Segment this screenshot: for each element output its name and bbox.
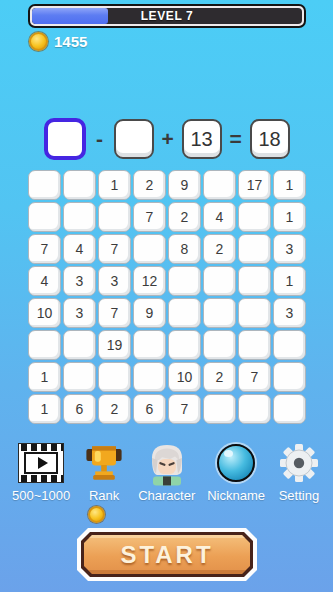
grid-cell-r2c7[interactable] [238, 202, 271, 232]
equals-operator: = [230, 127, 242, 151]
level-progress-bar: LEVEL 7 [28, 4, 306, 28]
grid-cell-r7c3[interactable] [98, 362, 131, 392]
plus-operator: + [162, 127, 174, 151]
nickname-label: Nickname [207, 488, 265, 503]
level-progress-track: LEVEL 7 [32, 8, 302, 24]
grid-cell-r2c6[interactable]: 4 [203, 202, 236, 232]
grid-cell-r1c2[interactable] [63, 170, 96, 200]
menu-item-setting[interactable]: Setting [277, 440, 321, 503]
grid-cell-r7c5[interactable]: 10 [168, 362, 201, 392]
grid-cell-r2c4[interactable]: 7 [133, 202, 166, 232]
menu-item-character[interactable]: Character [138, 440, 195, 503]
grid-cell-r8c8[interactable] [273, 394, 306, 424]
grid-cell-r7c8[interactable] [273, 362, 306, 392]
grid-cell-r8c4[interactable]: 6 [133, 394, 166, 424]
grid-cell-r2c3[interactable] [98, 202, 131, 232]
grid-cell-r2c1[interactable] [28, 202, 61, 232]
trophy-icon [82, 441, 126, 485]
grid-cell-r7c2[interactable] [63, 362, 96, 392]
equation-row: - + 13 = 18 [0, 115, 333, 163]
grid-cell-r4c5[interactable] [168, 266, 201, 296]
grid-cell-r1c3[interactable]: 1 [98, 170, 131, 200]
grid-cell-r6c5[interactable] [168, 330, 201, 360]
grid-cell-r4c3[interactable]: 3 [98, 266, 131, 296]
grid-cell-r2c5[interactable]: 2 [168, 202, 201, 232]
grid-cell-r5c4[interactable]: 9 [133, 298, 166, 328]
grid-cell-r1c5[interactable]: 9 [168, 170, 201, 200]
blue-orb-icon [217, 444, 255, 482]
menu-item-rank[interactable]: Rank [82, 440, 126, 503]
grid-cell-r4c2[interactable]: 3 [63, 266, 96, 296]
grid-cell-r6c2[interactable] [63, 330, 96, 360]
grid-cell-r4c4[interactable]: 12 [133, 266, 166, 296]
grid-cell-r4c1[interactable]: 4 [28, 266, 61, 296]
grid-cell-r5c5[interactable] [168, 298, 201, 328]
grid-cell-r7c4[interactable] [133, 362, 166, 392]
level-label: LEVEL 7 [32, 8, 302, 24]
grid-cell-r6c3[interactable]: 19 [98, 330, 131, 360]
number-grid: 1291717241747823433121103793191102716267 [28, 170, 306, 424]
grid-cell-r5c1[interactable]: 10 [28, 298, 61, 328]
game-screen: LEVEL 7 1455 - + 13 = 18 129171724174782… [0, 0, 333, 592]
grid-cell-r2c2[interactable] [63, 202, 96, 232]
grid-cell-r4c8[interactable]: 1 [273, 266, 306, 296]
grid-cell-r1c8[interactable]: 1 [273, 170, 306, 200]
equation-slot-3[interactable]: 13 [182, 119, 222, 159]
grid-cell-r6c7[interactable] [238, 330, 271, 360]
gear-icon [277, 441, 321, 485]
equation-slot-4[interactable]: 18 [250, 119, 290, 159]
grid-cell-r8c6[interactable] [203, 394, 236, 424]
grid-cell-r1c4[interactable]: 2 [133, 170, 166, 200]
start-button-label: START [120, 541, 213, 569]
grid-cell-r6c4[interactable] [133, 330, 166, 360]
equation-slot-2[interactable] [114, 119, 154, 159]
grid-cell-r6c8[interactable] [273, 330, 306, 360]
grid-cell-r2c8[interactable]: 1 [273, 202, 306, 232]
grid-cell-r3c8[interactable]: 3 [273, 234, 306, 264]
grid-cell-r4c6[interactable] [203, 266, 236, 296]
grid-cell-r3c2[interactable]: 4 [63, 234, 96, 264]
grid-cell-r7c1[interactable]: 1 [28, 362, 61, 392]
play-icon [38, 457, 48, 469]
grid-cell-r5c8[interactable]: 3 [273, 298, 306, 328]
grid-cell-r3c4[interactable] [133, 234, 166, 264]
coin-counter: 1455 [29, 32, 87, 51]
grid-cell-r7c6[interactable]: 2 [203, 362, 236, 392]
grid-cell-r5c2[interactable]: 3 [63, 298, 96, 328]
grid-cell-r1c1[interactable] [28, 170, 61, 200]
character-label: Character [138, 488, 195, 503]
grid-cell-r6c1[interactable] [28, 330, 61, 360]
grid-cell-r3c3[interactable]: 7 [98, 234, 131, 264]
coin-icon [29, 32, 48, 51]
grid-cell-r4c7[interactable] [238, 266, 271, 296]
grid-cell-r8c2[interactable]: 6 [63, 394, 96, 424]
grid-cell-r8c7[interactable] [238, 394, 271, 424]
grid-cell-r3c5[interactable]: 8 [168, 234, 201, 264]
grid-cell-r7c7[interactable]: 7 [238, 362, 271, 392]
grid-cell-r3c1[interactable]: 7 [28, 234, 61, 264]
grid-cell-r8c3[interactable]: 2 [98, 394, 131, 424]
minus-operator: - [94, 127, 106, 151]
video-ad-film-icon [18, 443, 64, 483]
grid-cell-r3c7[interactable] [238, 234, 271, 264]
grid-cell-r8c1[interactable]: 1 [28, 394, 61, 424]
setting-label: Setting [279, 488, 319, 503]
rank-label: Rank [89, 488, 119, 503]
grid-cell-r5c6[interactable] [203, 298, 236, 328]
grid-cell-r6c6[interactable] [203, 330, 236, 360]
reward-coin-icon [88, 506, 105, 523]
menu-item-video-reward[interactable]: 500~1000 [12, 440, 70, 503]
grid-cell-r8c5[interactable]: 7 [168, 394, 201, 424]
grid-cell-r5c3[interactable]: 7 [98, 298, 131, 328]
grid-cell-r5c7[interactable] [238, 298, 271, 328]
grid-cell-r1c6[interactable] [203, 170, 236, 200]
coin-count: 1455 [54, 33, 87, 50]
grid-cell-r1c7[interactable]: 17 [238, 170, 271, 200]
grid-cell-r3c6[interactable]: 2 [203, 234, 236, 264]
video-reward-label: 500~1000 [12, 488, 70, 503]
avatar-icon [144, 440, 190, 486]
start-button[interactable]: START [77, 528, 257, 581]
equation-slot-1[interactable] [44, 118, 86, 160]
bottom-menu: 500~1000 Rank [0, 440, 333, 503]
menu-item-nickname[interactable]: Nickname [207, 440, 265, 503]
